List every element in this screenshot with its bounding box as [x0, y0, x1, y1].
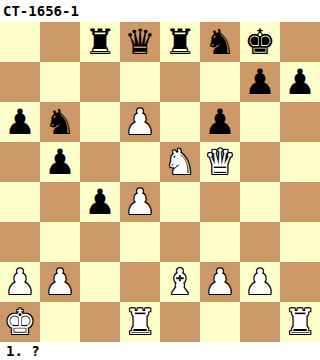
black-knight: ♞: [44, 102, 75, 142]
square-c4[interactable]: ♟: [80, 182, 120, 222]
white-rook: ♜: [284, 302, 315, 342]
square-c5[interactable]: [80, 142, 120, 182]
square-d4[interactable]: ♟: [120, 182, 160, 222]
square-f3[interactable]: [200, 222, 240, 262]
square-f6[interactable]: ♟: [200, 102, 240, 142]
square-b5[interactable]: ♟: [40, 142, 80, 182]
square-g4[interactable]: [240, 182, 280, 222]
black-rook: ♜: [84, 22, 115, 62]
square-g7[interactable]: ♟: [240, 62, 280, 102]
square-f4[interactable]: [200, 182, 240, 222]
square-d6[interactable]: ♟: [120, 102, 160, 142]
square-h6[interactable]: [280, 102, 320, 142]
white-pawn: ♟: [124, 182, 155, 222]
square-d3[interactable]: [120, 222, 160, 262]
square-a6[interactable]: ♟: [0, 102, 40, 142]
square-h5[interactable]: [280, 142, 320, 182]
chess-board: ♜♛♜♞♚♟♟♟♞♟♟♟♞♛♟♟♟♟♝♟♟♚♜♜: [0, 22, 320, 342]
square-h4[interactable]: [280, 182, 320, 222]
square-b8[interactable]: [40, 22, 80, 62]
square-b3[interactable]: [40, 222, 80, 262]
white-pawn: ♟: [44, 262, 75, 302]
square-a3[interactable]: [0, 222, 40, 262]
square-a4[interactable]: [0, 182, 40, 222]
black-pawn: ♟: [4, 102, 35, 142]
square-h8[interactable]: [280, 22, 320, 62]
chess-puzzle-page: CT-1656-1 ♜♛♜♞♚♟♟♟♞♟♟♟♞♛♟♟♟♟♝♟♟♚♜♜ 1. ?: [0, 0, 320, 360]
square-e2[interactable]: ♝: [160, 262, 200, 302]
white-bishop: ♝: [164, 262, 195, 302]
square-h7[interactable]: ♟: [280, 62, 320, 102]
black-king: ♚: [244, 22, 275, 62]
white-knight: ♞: [164, 142, 195, 182]
white-pawn: ♟: [244, 262, 275, 302]
square-g2[interactable]: ♟: [240, 262, 280, 302]
puzzle-title: CT-1656-1: [0, 0, 320, 22]
square-c7[interactable]: [80, 62, 120, 102]
black-queen: ♛: [124, 22, 155, 62]
square-b4[interactable]: [40, 182, 80, 222]
black-pawn: ♟: [244, 62, 275, 102]
square-e4[interactable]: [160, 182, 200, 222]
square-c2[interactable]: [80, 262, 120, 302]
white-pawn: ♟: [124, 102, 155, 142]
square-a5[interactable]: [0, 142, 40, 182]
square-h3[interactable]: [280, 222, 320, 262]
white-pawn: ♟: [4, 262, 35, 302]
square-e1[interactable]: [160, 302, 200, 342]
black-knight: ♞: [204, 22, 235, 62]
square-c1[interactable]: [80, 302, 120, 342]
square-e6[interactable]: [160, 102, 200, 142]
white-king: ♚: [4, 302, 35, 342]
square-d2[interactable]: [120, 262, 160, 302]
square-b2[interactable]: ♟: [40, 262, 80, 302]
square-f5[interactable]: ♛: [200, 142, 240, 182]
white-pawn: ♟: [204, 262, 235, 302]
black-rook: ♜: [164, 22, 195, 62]
square-g6[interactable]: [240, 102, 280, 142]
square-f1[interactable]: [200, 302, 240, 342]
square-b1[interactable]: [40, 302, 80, 342]
black-pawn: ♟: [44, 142, 75, 182]
square-g8[interactable]: ♚: [240, 22, 280, 62]
square-f8[interactable]: ♞: [200, 22, 240, 62]
square-g1[interactable]: [240, 302, 280, 342]
white-rook: ♜: [124, 302, 155, 342]
square-g5[interactable]: [240, 142, 280, 182]
square-a2[interactable]: ♟: [0, 262, 40, 302]
square-g3[interactable]: [240, 222, 280, 262]
square-f2[interactable]: ♟: [200, 262, 240, 302]
square-d1[interactable]: ♜: [120, 302, 160, 342]
square-c8[interactable]: ♜: [80, 22, 120, 62]
square-h1[interactable]: ♜: [280, 302, 320, 342]
square-h2[interactable]: [280, 262, 320, 302]
square-c6[interactable]: [80, 102, 120, 142]
square-e8[interactable]: ♜: [160, 22, 200, 62]
move-prompt: 1. ?: [0, 342, 320, 360]
black-pawn: ♟: [284, 62, 315, 102]
square-e3[interactable]: [160, 222, 200, 262]
black-pawn: ♟: [204, 102, 235, 142]
square-b7[interactable]: [40, 62, 80, 102]
square-a1[interactable]: ♚: [0, 302, 40, 342]
square-d7[interactable]: [120, 62, 160, 102]
square-a8[interactable]: [0, 22, 40, 62]
square-d5[interactable]: [120, 142, 160, 182]
square-e5[interactable]: ♞: [160, 142, 200, 182]
square-b6[interactable]: ♞: [40, 102, 80, 142]
square-c3[interactable]: [80, 222, 120, 262]
square-d8[interactable]: ♛: [120, 22, 160, 62]
black-pawn: ♟: [84, 182, 115, 222]
square-a7[interactable]: [0, 62, 40, 102]
white-queen: ♛: [204, 142, 235, 182]
square-f7[interactable]: [200, 62, 240, 102]
square-e7[interactable]: [160, 62, 200, 102]
